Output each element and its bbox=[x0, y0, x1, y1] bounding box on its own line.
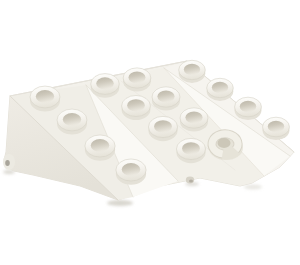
hollow-stud bbox=[91, 74, 120, 98]
clip-stud bbox=[209, 134, 243, 160]
hollow-stud bbox=[148, 116, 177, 141]
product-photo bbox=[0, 0, 300, 265]
lego-part-render bbox=[0, 0, 300, 265]
front-nub bbox=[186, 177, 194, 184]
hollow-stud bbox=[57, 109, 87, 134]
contact-shadow bbox=[244, 185, 262, 190]
hinge-foot bbox=[3, 154, 15, 170]
hollow-stud bbox=[123, 68, 151, 92]
hollow-stud bbox=[116, 159, 146, 185]
front-nub-shadow bbox=[189, 180, 193, 183]
hollow-stud bbox=[180, 108, 208, 132]
hollow-stud bbox=[176, 138, 205, 163]
contact-shadow bbox=[107, 200, 133, 206]
hinge-hole bbox=[5, 160, 10, 166]
clip-inner-shadow bbox=[218, 138, 231, 148]
hollow-stud bbox=[152, 87, 180, 111]
hollow-stud bbox=[263, 117, 290, 140]
hollow-stud bbox=[207, 78, 234, 101]
hollow-stud bbox=[122, 95, 151, 120]
hollow-stud bbox=[235, 97, 262, 120]
hollow-stud bbox=[179, 60, 206, 83]
hollow-stud bbox=[30, 86, 60, 111]
hollow-stud bbox=[85, 135, 115, 161]
